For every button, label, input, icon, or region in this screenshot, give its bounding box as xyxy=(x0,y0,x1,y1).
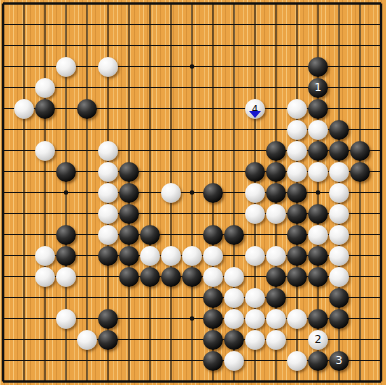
black-stone-point[interactable] xyxy=(119,245,140,266)
empty-intersection[interactable] xyxy=(140,56,161,77)
empty-intersection[interactable] xyxy=(350,98,371,119)
empty-intersection[interactable] xyxy=(35,350,56,371)
empty-intersection[interactable] xyxy=(308,14,329,35)
empty-intersection[interactable] xyxy=(266,350,287,371)
black-stone-point[interactable] xyxy=(119,182,140,203)
empty-intersection[interactable] xyxy=(371,287,386,308)
empty-intersection[interactable] xyxy=(203,161,224,182)
empty-intersection[interactable] xyxy=(203,0,224,14)
empty-intersection[interactable] xyxy=(35,161,56,182)
white-stone-point[interactable] xyxy=(245,308,266,329)
empty-intersection[interactable] xyxy=(266,0,287,14)
empty-intersection[interactable] xyxy=(245,350,266,371)
empty-intersection[interactable] xyxy=(161,0,182,14)
black-stone-point[interactable] xyxy=(266,266,287,287)
empty-intersection[interactable] xyxy=(0,266,14,287)
empty-intersection[interactable] xyxy=(35,56,56,77)
empty-intersection[interactable] xyxy=(203,203,224,224)
empty-intersection[interactable] xyxy=(119,98,140,119)
empty-intersection[interactable] xyxy=(119,56,140,77)
empty-intersection[interactable] xyxy=(182,140,203,161)
white-stone-point[interactable] xyxy=(266,329,287,350)
empty-intersection[interactable] xyxy=(0,350,14,371)
white-stone-point[interactable] xyxy=(56,266,77,287)
empty-intersection[interactable] xyxy=(0,371,14,385)
white-stone-point[interactable] xyxy=(203,266,224,287)
black-stone-point[interactable] xyxy=(266,182,287,203)
white-stone-point[interactable] xyxy=(245,203,266,224)
empty-intersection[interactable] xyxy=(350,308,371,329)
empty-intersection[interactable] xyxy=(14,119,35,140)
empty-intersection[interactable] xyxy=(287,35,308,56)
empty-intersection[interactable] xyxy=(329,329,350,350)
empty-intersection[interactable] xyxy=(56,203,77,224)
black-stone-point[interactable] xyxy=(119,161,140,182)
empty-intersection[interactable] xyxy=(119,14,140,35)
black-stone-point[interactable] xyxy=(350,161,371,182)
empty-intersection[interactable] xyxy=(35,224,56,245)
black-stone-point[interactable] xyxy=(161,266,182,287)
white-stone-point[interactable] xyxy=(35,266,56,287)
empty-intersection[interactable] xyxy=(329,98,350,119)
empty-intersection[interactable] xyxy=(56,98,77,119)
empty-intersection[interactable] xyxy=(14,161,35,182)
empty-intersection[interactable] xyxy=(77,56,98,77)
black-stone-point[interactable] xyxy=(203,329,224,350)
empty-intersection[interactable] xyxy=(77,287,98,308)
empty-intersection[interactable] xyxy=(245,0,266,14)
empty-intersection[interactable] xyxy=(329,0,350,14)
white-stone-point[interactable] xyxy=(287,350,308,371)
empty-intersection[interactable] xyxy=(0,245,14,266)
empty-intersection[interactable] xyxy=(245,14,266,35)
white-stone-point[interactable] xyxy=(56,308,77,329)
black-stone-point[interactable] xyxy=(329,287,350,308)
empty-intersection[interactable] xyxy=(161,308,182,329)
black-stone-point[interactable] xyxy=(119,203,140,224)
empty-intersection[interactable] xyxy=(182,182,203,203)
empty-intersection[interactable] xyxy=(98,98,119,119)
empty-intersection[interactable] xyxy=(0,161,14,182)
white-stone-point[interactable] xyxy=(266,203,287,224)
empty-intersection[interactable] xyxy=(182,119,203,140)
white-stone-point[interactable] xyxy=(203,245,224,266)
empty-intersection[interactable] xyxy=(224,119,245,140)
white-stone-point[interactable] xyxy=(245,245,266,266)
empty-intersection[interactable] xyxy=(14,308,35,329)
white-stone-point[interactable] xyxy=(77,329,98,350)
empty-intersection[interactable] xyxy=(371,161,386,182)
empty-intersection[interactable] xyxy=(14,0,35,14)
empty-intersection[interactable] xyxy=(119,287,140,308)
empty-intersection[interactable] xyxy=(77,0,98,14)
white-stone-point[interactable] xyxy=(98,182,119,203)
empty-intersection[interactable] xyxy=(56,371,77,385)
black-stone-point[interactable] xyxy=(224,329,245,350)
empty-intersection[interactable] xyxy=(140,203,161,224)
empty-intersection[interactable] xyxy=(371,350,386,371)
empty-intersection[interactable] xyxy=(371,245,386,266)
empty-intersection[interactable] xyxy=(140,161,161,182)
empty-intersection[interactable] xyxy=(140,77,161,98)
white-stone-point[interactable] xyxy=(224,350,245,371)
empty-intersection[interactable] xyxy=(56,0,77,14)
empty-intersection[interactable] xyxy=(161,224,182,245)
empty-intersection[interactable] xyxy=(266,224,287,245)
empty-intersection[interactable] xyxy=(0,35,14,56)
empty-intersection[interactable] xyxy=(350,119,371,140)
empty-intersection[interactable] xyxy=(14,56,35,77)
empty-intersection[interactable] xyxy=(287,329,308,350)
empty-intersection[interactable] xyxy=(371,119,386,140)
empty-intersection[interactable] xyxy=(119,371,140,385)
empty-intersection[interactable] xyxy=(0,77,14,98)
white-stone-point[interactable] xyxy=(224,308,245,329)
empty-intersection[interactable] xyxy=(56,350,77,371)
empty-intersection[interactable] xyxy=(161,287,182,308)
empty-intersection[interactable] xyxy=(14,140,35,161)
empty-intersection[interactable] xyxy=(245,140,266,161)
white-stone-point[interactable] xyxy=(98,224,119,245)
empty-intersection[interactable] xyxy=(0,308,14,329)
empty-intersection[interactable] xyxy=(266,371,287,385)
empty-intersection[interactable] xyxy=(266,14,287,35)
empty-intersection[interactable] xyxy=(245,119,266,140)
empty-intersection[interactable] xyxy=(329,35,350,56)
empty-intersection[interactable] xyxy=(224,371,245,385)
empty-intersection[interactable] xyxy=(350,287,371,308)
white-stone-point[interactable] xyxy=(161,182,182,203)
white-stone-point[interactable] xyxy=(56,56,77,77)
empty-intersection[interactable] xyxy=(0,0,14,14)
empty-intersection[interactable] xyxy=(203,371,224,385)
white-stone-point[interactable] xyxy=(161,245,182,266)
white-stone-point[interactable] xyxy=(329,161,350,182)
white-stone-point[interactable] xyxy=(14,98,35,119)
black-stone-point[interactable] xyxy=(98,308,119,329)
empty-intersection[interactable] xyxy=(77,203,98,224)
empty-intersection[interactable] xyxy=(140,329,161,350)
empty-intersection[interactable] xyxy=(182,98,203,119)
empty-intersection[interactable] xyxy=(308,35,329,56)
empty-intersection[interactable] xyxy=(161,119,182,140)
white-stone-point[interactable] xyxy=(329,266,350,287)
empty-intersection[interactable] xyxy=(14,224,35,245)
empty-intersection[interactable] xyxy=(350,0,371,14)
black-stone-point[interactable] xyxy=(287,203,308,224)
empty-intersection[interactable] xyxy=(350,56,371,77)
empty-intersection[interactable] xyxy=(119,140,140,161)
black-stone-point[interactable] xyxy=(287,245,308,266)
empty-intersection[interactable] xyxy=(182,203,203,224)
empty-intersection[interactable] xyxy=(371,329,386,350)
empty-intersection[interactable] xyxy=(77,245,98,266)
empty-intersection[interactable] xyxy=(182,329,203,350)
white-stone-point[interactable] xyxy=(35,140,56,161)
black-stone-point[interactable] xyxy=(287,266,308,287)
white-stone-point[interactable] xyxy=(35,77,56,98)
empty-intersection[interactable] xyxy=(14,245,35,266)
empty-intersection[interactable] xyxy=(14,350,35,371)
empty-intersection[interactable] xyxy=(14,182,35,203)
empty-intersection[interactable] xyxy=(224,161,245,182)
white-stone-point[interactable]: 2 xyxy=(308,329,329,350)
empty-intersection[interactable] xyxy=(224,0,245,14)
empty-intersection[interactable] xyxy=(266,35,287,56)
empty-intersection[interactable] xyxy=(119,0,140,14)
empty-intersection[interactable] xyxy=(350,224,371,245)
empty-intersection[interactable] xyxy=(161,329,182,350)
empty-intersection[interactable] xyxy=(14,329,35,350)
empty-intersection[interactable] xyxy=(77,182,98,203)
black-stone-point[interactable] xyxy=(287,224,308,245)
black-stone-point[interactable] xyxy=(329,308,350,329)
black-stone-point[interactable] xyxy=(308,140,329,161)
black-stone-point[interactable] xyxy=(329,140,350,161)
empty-intersection[interactable] xyxy=(350,245,371,266)
empty-intersection[interactable] xyxy=(329,14,350,35)
empty-intersection[interactable] xyxy=(98,266,119,287)
empty-intersection[interactable] xyxy=(98,371,119,385)
white-stone-point[interactable] xyxy=(182,245,203,266)
empty-intersection[interactable] xyxy=(350,182,371,203)
empty-intersection[interactable] xyxy=(140,371,161,385)
empty-intersection[interactable] xyxy=(350,14,371,35)
empty-intersection[interactable] xyxy=(35,182,56,203)
empty-intersection[interactable] xyxy=(77,140,98,161)
empty-intersection[interactable] xyxy=(56,182,77,203)
empty-intersection[interactable] xyxy=(287,287,308,308)
empty-intersection[interactable] xyxy=(266,77,287,98)
empty-intersection[interactable] xyxy=(329,371,350,385)
empty-intersection[interactable] xyxy=(182,14,203,35)
white-stone-point[interactable] xyxy=(224,266,245,287)
empty-intersection[interactable] xyxy=(245,371,266,385)
empty-intersection[interactable] xyxy=(224,77,245,98)
empty-intersection[interactable] xyxy=(350,203,371,224)
empty-intersection[interactable] xyxy=(371,182,386,203)
empty-intersection[interactable] xyxy=(140,98,161,119)
empty-intersection[interactable] xyxy=(182,308,203,329)
empty-intersection[interactable] xyxy=(266,119,287,140)
black-stone-point[interactable] xyxy=(329,119,350,140)
empty-intersection[interactable] xyxy=(14,77,35,98)
empty-intersection[interactable] xyxy=(161,56,182,77)
empty-intersection[interactable] xyxy=(98,14,119,35)
black-stone-point[interactable] xyxy=(308,266,329,287)
white-stone-point[interactable] xyxy=(329,245,350,266)
empty-intersection[interactable] xyxy=(98,119,119,140)
empty-intersection[interactable] xyxy=(203,35,224,56)
black-stone-point[interactable] xyxy=(182,266,203,287)
empty-intersection[interactable] xyxy=(329,56,350,77)
white-stone-point[interactable] xyxy=(329,224,350,245)
empty-intersection[interactable] xyxy=(371,98,386,119)
empty-intersection[interactable] xyxy=(350,35,371,56)
black-stone-point[interactable] xyxy=(119,266,140,287)
white-stone-point[interactable] xyxy=(308,119,329,140)
empty-intersection[interactable] xyxy=(77,224,98,245)
empty-intersection[interactable] xyxy=(0,14,14,35)
empty-intersection[interactable] xyxy=(203,56,224,77)
empty-intersection[interactable] xyxy=(371,0,386,14)
black-stone-point[interactable] xyxy=(56,224,77,245)
white-stone-point[interactable] xyxy=(98,161,119,182)
empty-intersection[interactable] xyxy=(245,224,266,245)
empty-intersection[interactable] xyxy=(182,35,203,56)
empty-intersection[interactable] xyxy=(77,371,98,385)
empty-intersection[interactable] xyxy=(0,287,14,308)
white-stone-point[interactable] xyxy=(98,56,119,77)
empty-intersection[interactable] xyxy=(287,77,308,98)
empty-intersection[interactable] xyxy=(56,77,77,98)
black-stone-point[interactable] xyxy=(98,245,119,266)
empty-intersection[interactable] xyxy=(161,98,182,119)
empty-intersection[interactable] xyxy=(203,14,224,35)
empty-intersection[interactable] xyxy=(308,0,329,14)
empty-intersection[interactable] xyxy=(56,287,77,308)
black-stone-point[interactable]: 1 xyxy=(308,77,329,98)
empty-intersection[interactable] xyxy=(161,35,182,56)
empty-intersection[interactable] xyxy=(0,329,14,350)
empty-intersection[interactable] xyxy=(35,0,56,14)
empty-intersection[interactable] xyxy=(0,119,14,140)
white-stone-point[interactable] xyxy=(287,308,308,329)
empty-intersection[interactable] xyxy=(0,56,14,77)
empty-intersection[interactable] xyxy=(371,224,386,245)
empty-intersection[interactable] xyxy=(14,203,35,224)
empty-intersection[interactable] xyxy=(266,56,287,77)
empty-intersection[interactable] xyxy=(0,224,14,245)
empty-intersection[interactable] xyxy=(77,119,98,140)
black-stone-point[interactable] xyxy=(56,245,77,266)
empty-intersection[interactable] xyxy=(224,245,245,266)
empty-intersection[interactable] xyxy=(98,0,119,14)
white-stone-point[interactable] xyxy=(98,140,119,161)
white-stone-point[interactable] xyxy=(266,245,287,266)
empty-intersection[interactable] xyxy=(245,77,266,98)
empty-intersection[interactable] xyxy=(56,329,77,350)
black-stone-point[interactable] xyxy=(308,98,329,119)
go-board[interactable]: 1423 xyxy=(0,0,386,385)
white-stone-point[interactable] xyxy=(245,287,266,308)
empty-intersection[interactable] xyxy=(77,350,98,371)
black-stone-point[interactable] xyxy=(203,182,224,203)
empty-intersection[interactable] xyxy=(0,182,14,203)
empty-intersection[interactable] xyxy=(350,266,371,287)
white-stone-point[interactable] xyxy=(287,119,308,140)
white-stone-point[interactable] xyxy=(98,203,119,224)
empty-intersection[interactable] xyxy=(203,77,224,98)
black-stone-point[interactable] xyxy=(203,287,224,308)
empty-intersection[interactable] xyxy=(56,35,77,56)
empty-intersection[interactable] xyxy=(35,371,56,385)
black-stone-point[interactable] xyxy=(266,140,287,161)
empty-intersection[interactable] xyxy=(203,98,224,119)
black-stone-point[interactable] xyxy=(119,224,140,245)
empty-intersection[interactable] xyxy=(371,266,386,287)
empty-intersection[interactable] xyxy=(182,77,203,98)
empty-intersection[interactable] xyxy=(0,203,14,224)
empty-intersection[interactable] xyxy=(371,35,386,56)
empty-intersection[interactable] xyxy=(203,119,224,140)
white-stone-point[interactable] xyxy=(224,287,245,308)
empty-intersection[interactable] xyxy=(371,203,386,224)
empty-intersection[interactable] xyxy=(35,203,56,224)
empty-intersection[interactable] xyxy=(14,287,35,308)
empty-intersection[interactable] xyxy=(182,371,203,385)
empty-intersection[interactable] xyxy=(35,329,56,350)
empty-intersection[interactable] xyxy=(119,35,140,56)
empty-intersection[interactable] xyxy=(56,119,77,140)
empty-intersection[interactable] xyxy=(203,140,224,161)
empty-intersection[interactable] xyxy=(140,119,161,140)
empty-intersection[interactable] xyxy=(182,0,203,14)
empty-intersection[interactable] xyxy=(98,35,119,56)
empty-intersection[interactable] xyxy=(182,350,203,371)
empty-intersection[interactable] xyxy=(98,77,119,98)
empty-intersection[interactable] xyxy=(35,287,56,308)
white-stone-point[interactable]: 4 xyxy=(245,98,266,119)
empty-intersection[interactable] xyxy=(308,287,329,308)
empty-intersection[interactable] xyxy=(287,0,308,14)
empty-intersection[interactable] xyxy=(14,266,35,287)
empty-intersection[interactable] xyxy=(266,98,287,119)
white-stone-point[interactable] xyxy=(140,245,161,266)
empty-intersection[interactable] xyxy=(35,14,56,35)
empty-intersection[interactable] xyxy=(77,161,98,182)
empty-intersection[interactable] xyxy=(224,14,245,35)
white-stone-point[interactable] xyxy=(245,329,266,350)
empty-intersection[interactable] xyxy=(371,14,386,35)
black-stone-point[interactable] xyxy=(98,329,119,350)
black-stone-point[interactable] xyxy=(308,308,329,329)
empty-intersection[interactable] xyxy=(161,14,182,35)
empty-intersection[interactable] xyxy=(77,308,98,329)
black-stone-point[interactable] xyxy=(308,203,329,224)
empty-intersection[interactable] xyxy=(182,287,203,308)
black-stone-point[interactable] xyxy=(245,161,266,182)
black-stone-point[interactable] xyxy=(203,224,224,245)
black-stone-point[interactable] xyxy=(35,98,56,119)
black-stone-point[interactable] xyxy=(350,140,371,161)
empty-intersection[interactable] xyxy=(56,140,77,161)
white-stone-point[interactable] xyxy=(245,182,266,203)
empty-intersection[interactable] xyxy=(35,308,56,329)
empty-intersection[interactable] xyxy=(0,140,14,161)
black-stone-point[interactable] xyxy=(140,266,161,287)
empty-intersection[interactable] xyxy=(119,119,140,140)
empty-intersection[interactable] xyxy=(119,77,140,98)
empty-intersection[interactable] xyxy=(77,14,98,35)
empty-intersection[interactable] xyxy=(224,98,245,119)
empty-intersection[interactable] xyxy=(98,350,119,371)
empty-intersection[interactable] xyxy=(350,371,371,385)
white-stone-point[interactable] xyxy=(287,140,308,161)
empty-intersection[interactable] xyxy=(182,224,203,245)
empty-intersection[interactable] xyxy=(119,329,140,350)
empty-intersection[interactable] xyxy=(371,140,386,161)
empty-intersection[interactable] xyxy=(140,35,161,56)
empty-intersection[interactable] xyxy=(287,14,308,35)
black-stone-point[interactable] xyxy=(266,287,287,308)
empty-intersection[interactable] xyxy=(14,14,35,35)
empty-intersection[interactable] xyxy=(140,287,161,308)
empty-intersection[interactable] xyxy=(224,56,245,77)
black-stone-point[interactable] xyxy=(266,161,287,182)
empty-intersection[interactable] xyxy=(308,371,329,385)
black-stone-point[interactable]: 3 xyxy=(329,350,350,371)
